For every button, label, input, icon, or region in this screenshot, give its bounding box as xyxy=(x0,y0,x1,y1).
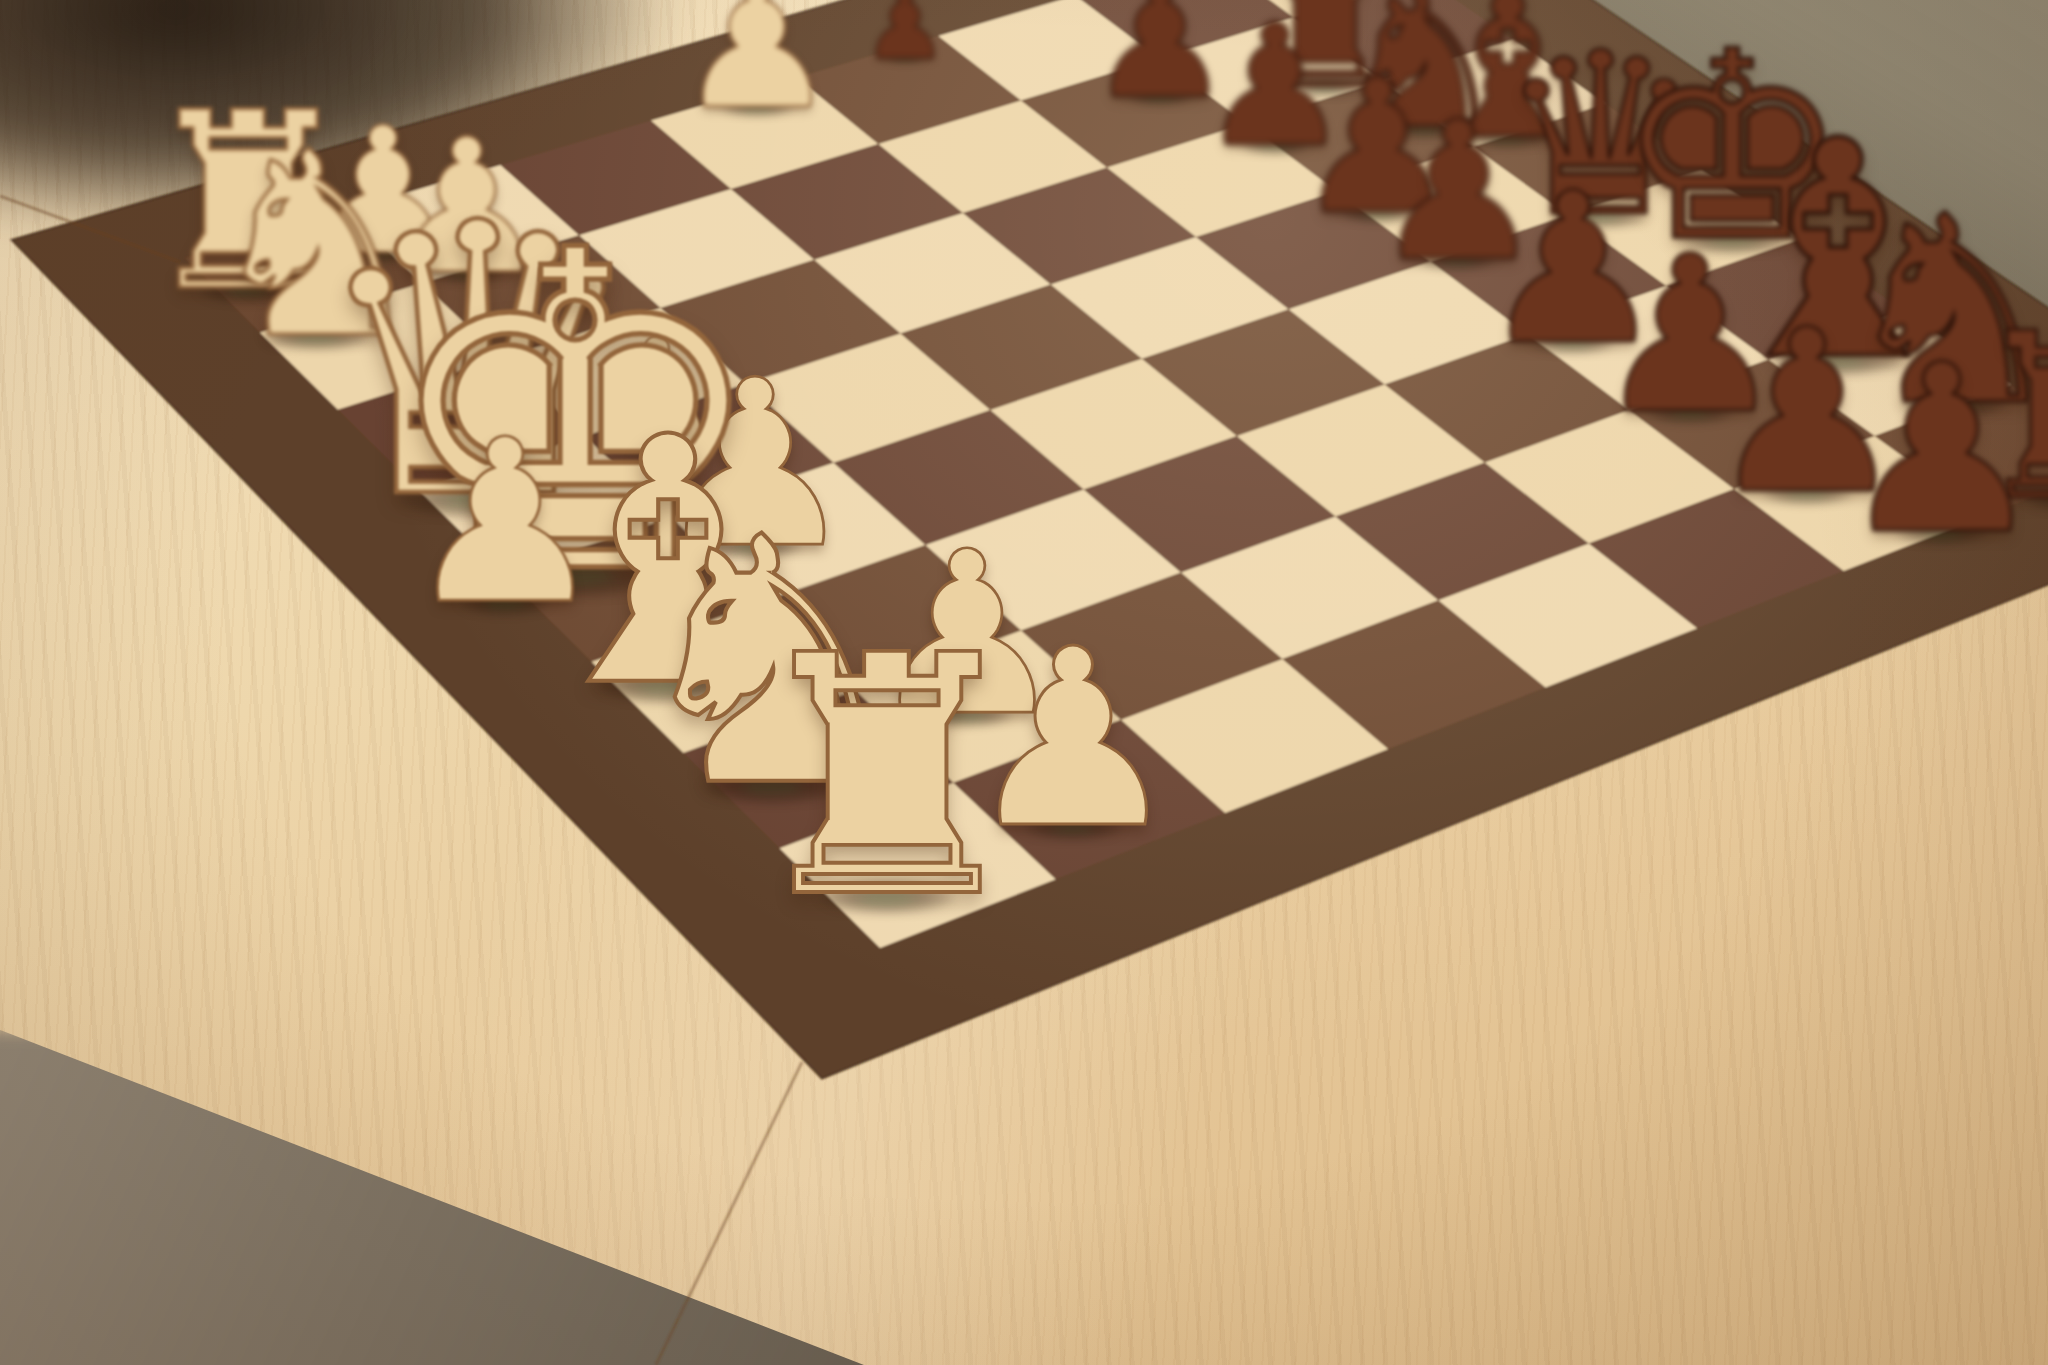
chess-table-photo: { "game": "chess", "description_semantic… xyxy=(0,0,2048,1365)
captured-white-pawn-far: ♟ xyxy=(676,0,837,134)
captured-dark-piece-far: ♟ xyxy=(862,0,947,73)
white-rook-h1: ♜ xyxy=(739,613,1035,943)
black-pawn-h7: ♟ xyxy=(1838,334,2046,566)
pieces-layer: ♜♟♞♝♟♟♛♚♟♟♟♜♞♟♝♞♟♟♟♛♜♟♟♚♝♟♞♟♜♟♟♟ xyxy=(0,0,2048,1365)
